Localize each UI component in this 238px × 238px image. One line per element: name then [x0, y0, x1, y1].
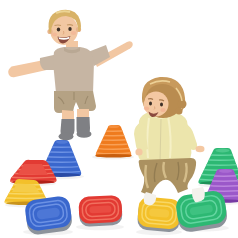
stone-top — [89, 205, 111, 213]
stone-top — [219, 169, 232, 173]
toddler-face — [144, 92, 169, 117]
boy-tshirt — [53, 47, 94, 93]
boy-cheek — [52, 33, 57, 37]
stone-body — [96, 125, 131, 157]
boy-left-foot — [59, 133, 74, 141]
child-toddler-right — [134, 77, 205, 205]
child-boy-left — [8, 10, 133, 141]
stone-top — [56, 140, 68, 143]
toddler-pants — [139, 158, 196, 196]
stone-rim — [95, 154, 132, 158]
red-flat-square — [78, 195, 123, 227]
toddler-cheek — [144, 107, 149, 111]
boy-right-eye — [68, 27, 71, 31]
toddler-cheek — [160, 108, 165, 112]
toddler-left-sleeve — [134, 122, 148, 151]
toddler-right-hand — [196, 146, 205, 152]
scene-illustration — [0, 0, 238, 238]
stone-top — [108, 125, 119, 128]
toddler-left-eye — [149, 102, 152, 106]
blue-flat-square — [24, 195, 73, 236]
toddler-right-eye — [160, 103, 163, 107]
yellow-flat-square — [137, 196, 182, 233]
boy-left-eye — [57, 27, 60, 31]
eyebrow — [55, 25, 62, 26]
boy-shorts — [54, 91, 96, 113]
toddler-curl — [176, 108, 183, 115]
stone-top — [216, 149, 230, 153]
product-photo — [0, 0, 238, 238]
boy-cheek — [71, 31, 76, 35]
toddler-left-hand — [135, 148, 142, 155]
boy-right-foot — [77, 130, 92, 138]
orange-tall-cone — [92, 125, 134, 158]
